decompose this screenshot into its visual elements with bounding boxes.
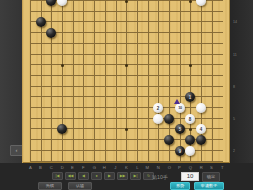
white-stone-R6 — [196, 103, 206, 113]
column-label-J: J — [112, 165, 119, 170]
column-label-G: G — [90, 165, 97, 170]
column-label-O: O — [165, 165, 172, 170]
estimate-button[interactable]: 形势 — [170, 182, 190, 190]
black-stone-R3 — [196, 135, 206, 145]
black-stone-P2: 9 — [175, 146, 185, 156]
move-number-1: 1 — [187, 93, 195, 101]
column-label-E: E — [69, 165, 76, 170]
column-label-P: P — [176, 165, 183, 170]
move-number-4: 4 — [197, 125, 205, 133]
nav-button-glyph-4: ▶ — [107, 174, 113, 178]
row-label-2: 2 — [233, 149, 235, 153]
row-label-11: 11 — [233, 53, 237, 57]
nav-button-glyph-0: |◀ — [55, 174, 61, 178]
column-label-M: M — [144, 165, 151, 170]
row-label-5: 5 — [233, 117, 235, 121]
nav-button-5[interactable]: ▶▶ — [117, 172, 128, 180]
move-number-10: 10 — [177, 105, 183, 111]
white-stone-Q5: 8 — [185, 114, 195, 124]
count-request-button-label: 申请数子 — [199, 184, 218, 188]
black-stone-D4 — [57, 124, 67, 134]
move-navigation-buttons: |◀◀◀◀●▶▶▶▶|↻ — [52, 172, 154, 180]
black-stone-O5 — [164, 114, 174, 124]
black-stone-C13 — [46, 28, 56, 38]
nav-button-1[interactable]: ◀◀ — [65, 172, 76, 180]
move-jump-input[interactable] — [181, 172, 199, 181]
black-stone-C16 — [46, 0, 56, 6]
estimate-button-label: 形势 — [174, 184, 186, 188]
column-label-C: C — [48, 165, 55, 170]
move-number-5: 5 — [176, 125, 184, 133]
nav-button-glyph-6: ▶| — [133, 174, 139, 178]
black-stone-B14 — [36, 17, 46, 27]
column-label-A: A — [26, 165, 33, 170]
white-stone-R16 — [196, 0, 206, 6]
nav-button-4[interactable]: ▶ — [104, 172, 115, 180]
row-label-14: 14 — [233, 21, 237, 25]
undo-button-label: 悔棋 — [43, 184, 58, 188]
go-board[interactable]: 15921084 — [22, 0, 230, 163]
nav-button-glyph-3: ● — [94, 174, 100, 178]
black-stone-Q7: 1 — [185, 92, 195, 102]
black-stone-P4: 5 — [175, 124, 185, 134]
move-number-9: 9 — [176, 147, 184, 155]
column-label-L: L — [133, 165, 140, 170]
column-label-S: S — [208, 165, 215, 170]
column-label-Q: Q — [187, 165, 194, 170]
navigation-toolbar: |◀◀◀◀●▶▶▶▶|↻ 第10手 确定 — [0, 172, 253, 182]
nav-button-0[interactable]: |◀ — [52, 172, 63, 180]
black-stone-Q3 — [185, 135, 195, 145]
move-counter-label: 第10手 — [152, 173, 168, 181]
right-sidebar: 1411852 — [230, 0, 253, 163]
column-label-F: F — [80, 165, 87, 170]
nav-button-2[interactable]: ◀ — [78, 172, 89, 180]
left-sidebar: ‹ — [0, 0, 22, 163]
white-stone-P6: 10 — [175, 103, 185, 113]
nav-button-glyph-1: ◀◀ — [68, 174, 74, 178]
move-jump-button[interactable]: 确定 — [202, 172, 220, 182]
white-stone-Q2 — [185, 146, 195, 156]
stones-layer: 15921084 — [25, 0, 228, 163]
nav-button-glyph-2: ◀ — [81, 174, 87, 178]
go-app-window: ‹ 15921084 1411852 ABCDEFGHJKLMNOPQRST |… — [0, 0, 253, 190]
column-label-D: D — [58, 165, 65, 170]
column-label-K: K — [122, 165, 129, 170]
row-label-8: 8 — [233, 85, 235, 89]
resign-button[interactable]: 认输 — [68, 182, 92, 190]
white-stone-R4: 4 — [196, 124, 206, 134]
nav-button-6[interactable]: ▶| — [130, 172, 141, 180]
column-label-N: N — [154, 165, 161, 170]
move-jump-button-label: 确定 — [205, 174, 216, 179]
nav-button-glyph-5: ▶▶ — [120, 174, 126, 178]
resign-button-label: 认输 — [73, 184, 88, 188]
column-label-T: T — [219, 165, 226, 170]
white-stone-N5 — [153, 114, 163, 124]
undo-button[interactable]: 悔棋 — [38, 182, 62, 190]
column-label-H: H — [101, 165, 108, 170]
column-label-R: R — [197, 165, 204, 170]
column-coordinates: ABCDEFGHJKLMNOPQRST — [25, 164, 228, 171]
white-stone-N6: 2 — [153, 103, 163, 113]
count-request-button[interactable]: 申请数子 — [194, 182, 224, 190]
bottom-panel: ABCDEFGHJKLMNOPQRST |◀◀◀◀●▶▶▶▶|↻ 第10手 确定… — [0, 163, 253, 190]
move-number-2: 2 — [154, 104, 162, 112]
move-number-8: 8 — [187, 115, 195, 123]
white-stone-D16 — [57, 0, 67, 6]
column-label-B: B — [37, 165, 44, 170]
nav-button-3[interactable]: ● — [91, 172, 102, 180]
black-stone-O3 — [164, 135, 174, 145]
action-buttons-row: 悔棋 认输 形势 申请数子 — [0, 182, 253, 190]
nav-button-glyph-7: ↻ — [146, 174, 152, 178]
last-move-triangle-marker — [174, 99, 180, 104]
